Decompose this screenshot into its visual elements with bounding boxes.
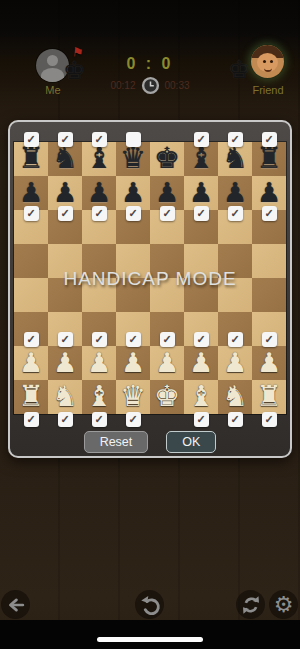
white-rook-piece: ♜ [252, 380, 286, 414]
square-d2[interactable]: ♟ [116, 346, 150, 380]
checkbox-white-back-4[interactable]: ✓ [126, 412, 141, 427]
square-b1[interactable]: ♞ [48, 380, 82, 414]
back-button[interactable] [1, 590, 30, 619]
square-e8[interactable]: ♚ [150, 142, 184, 176]
checkbox-black-pawns-8[interactable]: ✓ [262, 206, 277, 221]
undo-button[interactable] [135, 590, 164, 619]
black-pawn-piece: ♟ [82, 176, 116, 210]
black-king-piece: ♚ [150, 142, 184, 176]
black-bishop-piece: ♝ [184, 142, 218, 176]
checkbox-black-pawns-7[interactable]: ✓ [228, 206, 243, 221]
checkbox-black-back-6[interactable]: ✓ [194, 132, 209, 147]
square-g7[interactable]: ♟ [218, 176, 252, 210]
checkbox-white-back-1[interactable]: ✓ [24, 412, 39, 427]
checkbox-white-back-3[interactable]: ✓ [92, 412, 107, 427]
checkbox-white-pawns-1[interactable]: ✓ [24, 332, 39, 347]
checkbox-white-back-7[interactable]: ✓ [228, 412, 243, 427]
left-time: 00:12 [110, 80, 135, 91]
white-knight-piece: ♞ [218, 380, 252, 414]
player-name-friend: Friend [239, 84, 297, 96]
square-c7[interactable]: ♟ [82, 176, 116, 210]
checkbox-white-pawns-7[interactable]: ✓ [228, 332, 243, 347]
app-screen: Me ⚑ ♚ 0 : 0 00:12 00:33 ♚ Friend ♜♞♝♛♚♝… [0, 0, 300, 649]
square-g8[interactable]: ♞ [218, 142, 252, 176]
white-bishop-piece: ♝ [184, 380, 218, 414]
square-a7[interactable]: ♟ [14, 176, 48, 210]
square-f1[interactable]: ♝ [184, 380, 218, 414]
square-b7[interactable]: ♟ [48, 176, 82, 210]
black-pawn-piece: ♟ [116, 176, 150, 210]
checkbox-black-back-1[interactable]: ✓ [24, 132, 39, 147]
checkbox-black-back-3[interactable]: ✓ [92, 132, 107, 147]
square-f7[interactable]: ♟ [184, 176, 218, 210]
sync-icon [239, 593, 263, 617]
checkbox-black-back-2[interactable]: ✓ [58, 132, 73, 147]
square-a2[interactable]: ♟ [14, 346, 48, 380]
reset-button[interactable]: Reset [84, 431, 149, 453]
checkbox-black-back-4[interactable] [126, 132, 141, 147]
home-indicator [97, 637, 203, 642]
square-f2[interactable]: ♟ [184, 346, 218, 380]
black-pawn-piece: ♟ [150, 176, 184, 210]
checkbox-white-pawns-5[interactable]: ✓ [160, 332, 175, 347]
square-c8[interactable]: ♝ [82, 142, 116, 176]
black-rook-piece: ♜ [252, 142, 286, 176]
square-h2[interactable]: ♟ [252, 346, 286, 380]
checkbox-white-pawns-8[interactable]: ✓ [262, 332, 277, 347]
settings-gear-icon: ⚙ [274, 590, 294, 619]
black-pawn-piece: ♟ [252, 176, 286, 210]
black-queen-piece: ♛ [116, 142, 150, 176]
white-pawn-piece: ♟ [48, 346, 82, 380]
black-pawn-piece: ♟ [48, 176, 82, 210]
square-g1[interactable]: ♞ [218, 380, 252, 414]
checkbox-black-back-7[interactable]: ✓ [228, 132, 243, 147]
white-rook-piece: ♜ [14, 380, 48, 414]
handicap-dialog: ♜♞♝♛♚♝♞♜♟♟♟♟♟♟♟♟♟♟♟♟♟♟♟♟♜♞♝♛♚♝♞♜ HANDICA… [8, 120, 292, 458]
dialog-buttons: Reset OK [10, 431, 290, 453]
white-pawn-piece: ♟ [116, 346, 150, 380]
checkbox-black-back-8[interactable]: ✓ [262, 132, 277, 147]
right-time: 00:33 [165, 80, 190, 91]
checkbox-white-pawns-3[interactable]: ✓ [92, 332, 107, 347]
square-b8[interactable]: ♞ [48, 142, 82, 176]
checkbox-white-pawns-2[interactable]: ✓ [58, 332, 73, 347]
square-d8[interactable]: ♛ [116, 142, 150, 176]
bottom-bar [0, 620, 300, 649]
square-e7[interactable]: ♟ [150, 176, 184, 210]
black-pawn-piece: ♟ [218, 176, 252, 210]
square-h8[interactable]: ♜ [252, 142, 286, 176]
square-b2[interactable]: ♟ [48, 346, 82, 380]
white-pawn-piece: ♟ [218, 346, 252, 380]
square-a1[interactable]: ♜ [14, 380, 48, 414]
checkbox-white-pawns-6[interactable]: ✓ [194, 332, 209, 347]
checkbox-white-pawns-4[interactable]: ✓ [126, 332, 141, 347]
avatar-friend[interactable] [251, 45, 284, 78]
square-c1[interactable]: ♝ [82, 380, 116, 414]
black-rook-piece: ♜ [14, 142, 48, 176]
ok-button[interactable]: OK [166, 431, 216, 453]
undo-icon [138, 593, 162, 617]
checkbox-black-pawns-1[interactable]: ✓ [24, 206, 39, 221]
white-pawn-piece: ♟ [252, 346, 286, 380]
back-icon [4, 593, 28, 617]
checkbox-black-pawns-5[interactable]: ✓ [160, 206, 175, 221]
white-bishop-piece: ♝ [82, 380, 116, 414]
square-f8[interactable]: ♝ [184, 142, 218, 176]
black-knight-piece: ♞ [218, 142, 252, 176]
checkbox-black-pawns-6[interactable]: ✓ [194, 206, 209, 221]
checkbox-white-back-2[interactable]: ✓ [58, 412, 73, 427]
checkbox-black-pawns-3[interactable]: ✓ [92, 206, 107, 221]
settings-button[interactable]: ⚙ [269, 590, 298, 619]
square-h1[interactable]: ♜ [252, 380, 286, 414]
square-d1[interactable]: ♛ [116, 380, 150, 414]
white-pawn-piece: ♟ [184, 346, 218, 380]
square-a8[interactable]: ♜ [14, 142, 48, 176]
white-queen-piece: ♛ [116, 380, 150, 414]
white-pawn-piece: ♟ [82, 346, 116, 380]
white-king-piece: ♚ [150, 380, 184, 414]
clock-icon [141, 76, 160, 95]
black-king-side-icon: ♚ [228, 57, 250, 82]
white-pawn-piece: ♟ [150, 346, 184, 380]
square-g2[interactable]: ♟ [218, 346, 252, 380]
square-c2[interactable]: ♟ [82, 346, 116, 380]
black-bishop-piece: ♝ [82, 142, 116, 176]
square-d7[interactable]: ♟ [116, 176, 150, 210]
square-e1[interactable]: ♚ [150, 380, 184, 414]
sync-button[interactable] [236, 590, 265, 619]
square-h7[interactable]: ♟ [252, 176, 286, 210]
checkbox-black-pawns-2[interactable]: ✓ [58, 206, 73, 221]
square-e2[interactable]: ♟ [150, 346, 184, 380]
black-pawn-piece: ♟ [184, 176, 218, 210]
checkbox-white-back-6[interactable]: ✓ [194, 412, 209, 427]
dialog-title: HANDICAP MODE [10, 268, 290, 290]
checkbox-black-pawns-4[interactable]: ✓ [126, 206, 141, 221]
white-pawn-piece: ♟ [14, 346, 48, 380]
black-pawn-piece: ♟ [14, 176, 48, 210]
checkbox-white-back-8[interactable]: ✓ [262, 412, 277, 427]
white-knight-piece: ♞ [48, 380, 82, 414]
black-knight-piece: ♞ [48, 142, 82, 176]
